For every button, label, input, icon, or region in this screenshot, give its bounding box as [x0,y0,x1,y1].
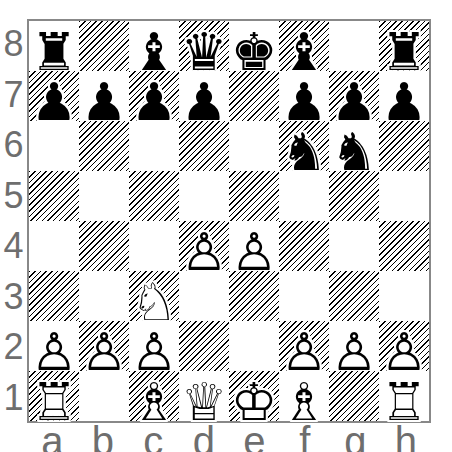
rank-labels: 87654321 [0,19,27,423]
square-d3[interactable] [179,271,229,321]
square-d7[interactable]: ♟♟ [179,71,229,121]
piece-black-pawn-c7[interactable]: ♟♟ [129,71,179,121]
piece-white-rook-a1[interactable]: ♜♖ [29,371,79,421]
square-f5[interactable] [279,171,329,221]
square-d6[interactable] [179,121,229,171]
square-f4[interactable] [279,221,329,271]
file-label-g: g [330,423,381,452]
square-h5[interactable] [379,171,429,221]
piece-white-pawn-c2[interactable]: ♟♙ [129,321,179,371]
square-d8[interactable]: ♛♛ [179,21,229,71]
square-f1[interactable]: ♝♗ [279,371,329,421]
piece-black-rook-a8[interactable]: ♜♜ [29,21,79,71]
square-f2[interactable]: ♟♙ [279,321,329,371]
square-d1[interactable]: ♛♕ [179,371,229,421]
piece-glyph: ♕ [181,376,228,428]
file-label-b: b [78,423,129,452]
piece-glyph: ♔ [231,376,278,428]
rank-label-1: 1 [0,373,27,424]
square-a6[interactable] [29,121,79,171]
square-g1[interactable] [329,371,379,421]
square-b5[interactable] [79,171,129,221]
rank-label-2: 2 [0,322,27,373]
piece-glyph: ♖ [31,376,78,428]
square-e5[interactable] [229,171,279,221]
square-b3[interactable] [79,271,129,321]
square-g5[interactable] [329,171,379,221]
square-d5[interactable] [179,171,229,221]
chess-board: ♜♜♝♝♛♛♚♚♝♝♜♜♟♟♟♟♟♟♟♟♟♟♟♟♟♟♞♞♞♞♟♙♟♙♞♘♟♙♟♙… [27,19,431,423]
square-e3[interactable] [229,271,279,321]
square-e1[interactable]: ♚♔ [229,371,279,421]
piece-black-pawn-b7[interactable]: ♟♟ [79,71,129,121]
square-e7[interactable] [229,71,279,121]
piece-black-queen-d8[interactable]: ♛♛ [179,21,229,71]
square-g8[interactable] [329,21,379,71]
square-a3[interactable] [29,271,79,321]
square-d2[interactable] [179,321,229,371]
square-b6[interactable] [79,121,129,171]
square-c5[interactable] [129,171,179,221]
piece-glyph: ♗ [281,376,328,428]
square-g3[interactable] [329,271,379,321]
square-a8[interactable]: ♜♜ [29,21,79,71]
piece-glyph: ♖ [381,376,428,428]
rank-label-6: 6 [0,120,27,171]
square-h3[interactable] [379,271,429,321]
piece-white-bishop-c1[interactable]: ♝♗ [129,371,179,421]
square-f6[interactable]: ♞♞ [279,121,329,171]
piece-glyph: ♗ [131,376,178,428]
square-g2[interactable]: ♟♙ [329,321,379,371]
piece-white-pawn-e4[interactable]: ♟♙ [229,221,279,271]
square-e4[interactable]: ♟♙ [229,221,279,271]
square-e6[interactable] [229,121,279,171]
piece-black-knight-g6[interactable]: ♞♞ [329,121,379,171]
square-a2[interactable]: ♟♙ [29,321,79,371]
square-f7[interactable]: ♟♟ [279,71,329,121]
piece-black-rook-h8[interactable]: ♜♜ [379,21,429,71]
piece-white-knight-c3[interactable]: ♞♘ [129,271,179,321]
square-d4[interactable]: ♟♙ [179,221,229,271]
square-b4[interactable] [79,221,129,271]
square-c4[interactable] [129,221,179,271]
piece-white-pawn-h2[interactable]: ♟♙ [379,321,429,371]
square-g4[interactable] [329,221,379,271]
piece-white-rook-h1[interactable]: ♜♖ [379,371,429,421]
square-a5[interactable] [29,171,79,221]
square-e8[interactable]: ♚♚ [229,21,279,71]
piece-black-bishop-c8[interactable]: ♝♝ [129,21,179,71]
square-a7[interactable]: ♟♟ [29,71,79,121]
square-h1[interactable]: ♜♖ [379,371,429,421]
piece-black-pawn-d7[interactable]: ♟♟ [179,71,229,121]
piece-white-pawn-g2[interactable]: ♟♙ [329,321,379,371]
piece-white-pawn-b2[interactable]: ♟♙ [79,321,129,371]
square-a4[interactable] [29,221,79,271]
square-g6[interactable]: ♞♞ [329,121,379,171]
square-c6[interactable] [129,121,179,171]
rank-label-4: 4 [0,221,27,272]
square-b7[interactable]: ♟♟ [79,71,129,121]
piece-black-knight-f6[interactable]: ♞♞ [279,121,329,171]
piece-white-pawn-f2[interactable]: ♟♙ [279,321,329,371]
square-f8[interactable]: ♝♝ [279,21,329,71]
square-f3[interactable] [279,271,329,321]
rank-label-5: 5 [0,171,27,222]
square-c3[interactable]: ♞♘ [129,271,179,321]
piece-black-bishop-f8[interactable]: ♝♝ [279,21,329,71]
piece-black-pawn-h7[interactable]: ♟♟ [379,71,429,121]
piece-white-pawn-d4[interactable]: ♟♙ [179,221,229,271]
square-g7[interactable]: ♟♟ [329,71,379,121]
piece-black-pawn-a7[interactable]: ♟♟ [29,71,79,121]
square-b1[interactable] [79,371,129,421]
square-b2[interactable]: ♟♙ [79,321,129,371]
square-h2[interactable]: ♟♙ [379,321,429,371]
piece-black-pawn-g7[interactable]: ♟♟ [329,71,379,121]
piece-black-king-e8[interactable]: ♚♚ [229,21,279,71]
file-labels: abcdefgh [27,423,431,452]
chess-diagram: 87654321 ♜♜♝♝♛♛♚♚♝♝♜♜♟♟♟♟♟♟♟♟♟♟♟♟♟♟♞♞♞♞♟… [0,19,431,452]
piece-black-pawn-f7[interactable]: ♟♟ [279,71,329,121]
rank-label-3: 3 [0,272,27,323]
square-h4[interactable] [379,221,429,271]
rank-label-7: 7 [0,70,27,121]
square-c2[interactable]: ♟♙ [129,321,179,371]
piece-white-king-e1[interactable]: ♚♔ [229,371,279,421]
square-e2[interactable] [229,321,279,371]
square-c7[interactable]: ♟♟ [129,71,179,121]
square-c8[interactable]: ♝♝ [129,21,179,71]
square-h6[interactable] [379,121,429,171]
square-b8[interactable] [79,21,129,71]
square-c1[interactable]: ♝♗ [129,371,179,421]
piece-white-queen-d1[interactable]: ♛♕ [179,371,229,421]
square-h8[interactable]: ♜♜ [379,21,429,71]
rank-label-8: 8 [0,19,27,70]
piece-white-bishop-f1[interactable]: ♝♗ [279,371,329,421]
square-a1[interactable]: ♜♖ [29,371,79,421]
piece-white-pawn-a2[interactable]: ♟♙ [29,321,79,371]
square-h7[interactable]: ♟♟ [379,71,429,121]
